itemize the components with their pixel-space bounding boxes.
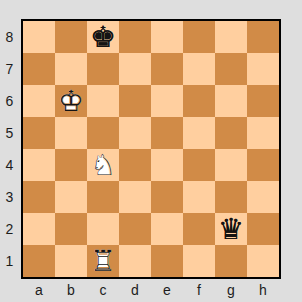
square-b8[interactable]: [55, 21, 87, 53]
file-labels: abcdefgh: [23, 279, 279, 301]
file-label-b: b: [55, 279, 87, 301]
square-e5[interactable]: [151, 117, 183, 149]
square-e2[interactable]: [151, 213, 183, 245]
square-a4[interactable]: [23, 149, 55, 181]
square-d8[interactable]: [119, 21, 151, 53]
file-label-h: h: [247, 279, 279, 301]
square-g8[interactable]: [215, 21, 247, 53]
white-king-b6[interactable]: ♚♔: [55, 85, 87, 117]
white-knight-glyph: ♘: [87, 149, 119, 181]
rank-label-2: 2: [0, 213, 19, 245]
square-h2[interactable]: [247, 213, 279, 245]
square-a1[interactable]: [23, 245, 55, 277]
square-c3[interactable]: [87, 181, 119, 213]
file-label-d: d: [119, 279, 151, 301]
square-b4[interactable]: [55, 149, 87, 181]
square-b6[interactable]: ♚♔: [55, 85, 87, 117]
square-b5[interactable]: [55, 117, 87, 149]
square-g7[interactable]: [215, 53, 247, 85]
square-e1[interactable]: [151, 245, 183, 277]
square-h7[interactable]: [247, 53, 279, 85]
square-h3[interactable]: [247, 181, 279, 213]
square-e7[interactable]: [151, 53, 183, 85]
black-king-c8[interactable]: ♚♚: [87, 21, 119, 53]
square-b2[interactable]: [55, 213, 87, 245]
square-e8[interactable]: [151, 21, 183, 53]
square-h1[interactable]: [247, 245, 279, 277]
file-label-a: a: [23, 279, 55, 301]
white-rook-glyph: ♖: [87, 245, 119, 277]
square-c6[interactable]: [87, 85, 119, 117]
white-knight-c4[interactable]: ♞♘: [87, 149, 119, 181]
rank-label-7: 7: [0, 53, 19, 85]
square-a7[interactable]: [23, 53, 55, 85]
square-d3[interactable]: [119, 181, 151, 213]
square-c5[interactable]: [87, 117, 119, 149]
square-b7[interactable]: [55, 53, 87, 85]
square-g5[interactable]: [215, 117, 247, 149]
square-d1[interactable]: [119, 245, 151, 277]
rank-label-5: 5: [0, 117, 19, 149]
square-f2[interactable]: [183, 213, 215, 245]
square-h6[interactable]: [247, 85, 279, 117]
square-f7[interactable]: [183, 53, 215, 85]
black-king-glyph: ♚: [87, 21, 119, 53]
square-d2[interactable]: [119, 213, 151, 245]
square-h4[interactable]: [247, 149, 279, 181]
square-a8[interactable]: [23, 21, 55, 53]
chess-board[interactable]: ♚♚♚♔♞♘♛♛♜♖: [21, 19, 281, 279]
file-label-c: c: [87, 279, 119, 301]
square-e6[interactable]: [151, 85, 183, 117]
square-e4[interactable]: [151, 149, 183, 181]
square-a6[interactable]: [23, 85, 55, 117]
square-g6[interactable]: [215, 85, 247, 117]
black-queen-glyph: ♛: [215, 213, 247, 245]
file-label-e: e: [151, 279, 183, 301]
square-f6[interactable]: [183, 85, 215, 117]
white-rook-c1[interactable]: ♜♖: [87, 245, 119, 277]
square-g3[interactable]: [215, 181, 247, 213]
white-king-glyph: ♔: [55, 85, 87, 117]
rank-label-4: 4: [0, 149, 19, 181]
square-g2[interactable]: ♛♛: [215, 213, 247, 245]
rank-label-8: 8: [0, 21, 19, 53]
rank-labels: 87654321: [0, 21, 19, 277]
square-c2[interactable]: [87, 213, 119, 245]
chess-app-screen: 87654321 ♚♚♚♔♞♘♛♛♜♖ abcdefgh: [0, 0, 302, 302]
black-queen-g2[interactable]: ♛♛: [215, 213, 247, 245]
square-d4[interactable]: [119, 149, 151, 181]
file-label-f: f: [183, 279, 215, 301]
square-c7[interactable]: [87, 53, 119, 85]
rank-label-6: 6: [0, 85, 19, 117]
square-d7[interactable]: [119, 53, 151, 85]
square-c8[interactable]: ♚♚: [87, 21, 119, 53]
rank-label-3: 3: [0, 181, 19, 213]
square-f1[interactable]: [183, 245, 215, 277]
rank-label-1: 1: [0, 245, 19, 277]
square-h8[interactable]: [247, 21, 279, 53]
file-label-g: g: [215, 279, 247, 301]
square-a3[interactable]: [23, 181, 55, 213]
square-a5[interactable]: [23, 117, 55, 149]
square-a2[interactable]: [23, 213, 55, 245]
square-c1[interactable]: ♜♖: [87, 245, 119, 277]
square-h5[interactable]: [247, 117, 279, 149]
square-b1[interactable]: [55, 245, 87, 277]
square-d5[interactable]: [119, 117, 151, 149]
square-g1[interactable]: [215, 245, 247, 277]
square-b3[interactable]: [55, 181, 87, 213]
square-f5[interactable]: [183, 117, 215, 149]
square-f8[interactable]: [183, 21, 215, 53]
square-d6[interactable]: [119, 85, 151, 117]
square-f4[interactable]: [183, 149, 215, 181]
square-f3[interactable]: [183, 181, 215, 213]
square-c4[interactable]: ♞♘: [87, 149, 119, 181]
square-e3[interactable]: [151, 181, 183, 213]
square-g4[interactable]: [215, 149, 247, 181]
